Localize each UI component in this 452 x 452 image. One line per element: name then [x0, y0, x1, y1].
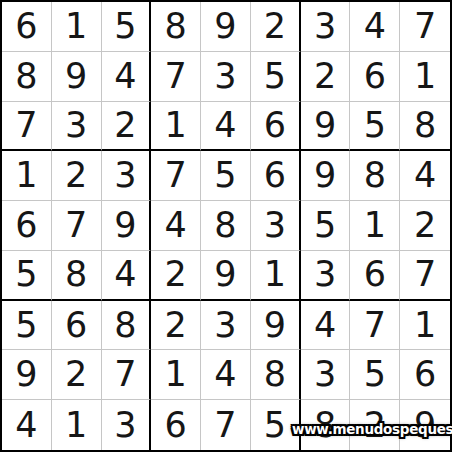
sudoku-cell-r6c4: 2 — [151, 251, 201, 301]
sudoku-cell-r2c5: 3 — [201, 52, 251, 102]
sudoku-cell-r3c4: 1 — [151, 102, 201, 152]
sudoku-cell-r1c7: 3 — [301, 2, 351, 52]
sudoku-cell-r6c9: 7 — [400, 251, 450, 301]
sudoku-cell-r6c1: 5 — [2, 251, 52, 301]
sudoku-cell-r2c2: 9 — [52, 52, 102, 102]
sudoku-cell-r9c5: 7 — [201, 400, 251, 450]
sudoku-cell-r5c9: 2 — [400, 201, 450, 251]
sudoku-cell-r4c9: 4 — [400, 151, 450, 201]
sudoku-cell-r3c2: 3 — [52, 102, 102, 152]
sudoku-cell-r8c4: 1 — [151, 350, 201, 400]
sudoku-cell-r8c3: 7 — [102, 350, 152, 400]
sudoku-cell-r7c1: 5 — [2, 301, 52, 351]
sudoku-cell-r9c6: 5 — [251, 400, 301, 450]
sudoku-cell-r4c6: 6 — [251, 151, 301, 201]
sudoku-cell-r2c7: 2 — [301, 52, 351, 102]
sudoku-cell-r8c8: 5 — [350, 350, 400, 400]
sudoku-cell-r5c3: 9 — [102, 201, 152, 251]
sudoku-cell-r3c6: 6 — [251, 102, 301, 152]
sudoku-cell-r4c2: 2 — [52, 151, 102, 201]
sudoku-cell-r9c8: 2 — [350, 400, 400, 450]
sudoku-cell-r8c1: 9 — [2, 350, 52, 400]
sudoku-cell-r1c9: 7 — [400, 2, 450, 52]
sudoku-cell-r1c1: 6 — [2, 2, 52, 52]
sudoku-cell-r2c1: 8 — [2, 52, 52, 102]
sudoku-cell-r6c6: 1 — [251, 251, 301, 301]
sudoku-cell-r9c7: 8 — [301, 400, 351, 450]
sudoku-cell-r5c2: 7 — [52, 201, 102, 251]
sudoku-cell-r7c6: 9 — [251, 301, 301, 351]
sudoku-cell-r2c6: 5 — [251, 52, 301, 102]
sudoku-board: 6158923478947352617321469581237569846794… — [0, 0, 452, 452]
sudoku-cell-r9c2: 1 — [52, 400, 102, 450]
sudoku-cell-r2c4: 7 — [151, 52, 201, 102]
sudoku-cell-r6c3: 4 — [102, 251, 152, 301]
sudoku-cell-r5c6: 3 — [251, 201, 301, 251]
sudoku-cell-r2c8: 6 — [350, 52, 400, 102]
sudoku-cell-r3c3: 2 — [102, 102, 152, 152]
sudoku-cell-r5c5: 8 — [201, 201, 251, 251]
sudoku-cell-r7c4: 2 — [151, 301, 201, 351]
sudoku-cell-r7c5: 3 — [201, 301, 251, 351]
sudoku-cell-r5c1: 6 — [2, 201, 52, 251]
sudoku-cell-r3c9: 8 — [400, 102, 450, 152]
sudoku-cell-r7c8: 7 — [350, 301, 400, 351]
sudoku-cell-r8c2: 2 — [52, 350, 102, 400]
sudoku-cell-r7c7: 4 — [301, 301, 351, 351]
sudoku-cell-r1c6: 2 — [251, 2, 301, 52]
sudoku-cell-r4c4: 7 — [151, 151, 201, 201]
sudoku-cell-r9c9: 9 — [400, 400, 450, 450]
sudoku-cell-r6c8: 6 — [350, 251, 400, 301]
sudoku-cell-r8c9: 6 — [400, 350, 450, 400]
sudoku-cell-r3c8: 5 — [350, 102, 400, 152]
sudoku-cell-r3c1: 7 — [2, 102, 52, 152]
sudoku-cell-r1c5: 9 — [201, 2, 251, 52]
sudoku-cell-r7c2: 6 — [52, 301, 102, 351]
sudoku-cell-r8c5: 4 — [201, 350, 251, 400]
sudoku-cell-r4c8: 8 — [350, 151, 400, 201]
sudoku-cell-r7c3: 8 — [102, 301, 152, 351]
sudoku-cell-r4c3: 3 — [102, 151, 152, 201]
sudoku-cell-r2c9: 1 — [400, 52, 450, 102]
sudoku-cell-r9c1: 4 — [2, 400, 52, 450]
sudoku-cell-r3c7: 9 — [301, 102, 351, 152]
sudoku-cell-r5c8: 1 — [350, 201, 400, 251]
sudoku-cell-r6c7: 3 — [301, 251, 351, 301]
sudoku-cell-r5c7: 5 — [301, 201, 351, 251]
sudoku-cell-r4c7: 9 — [301, 151, 351, 201]
sudoku-cell-r8c6: 8 — [251, 350, 301, 400]
sudoku-cell-r1c2: 1 — [52, 2, 102, 52]
sudoku-cell-r4c5: 5 — [201, 151, 251, 201]
sudoku-cell-r5c4: 4 — [151, 201, 201, 251]
sudoku-cell-r4c1: 1 — [2, 151, 52, 201]
sudoku-cell-r6c5: 9 — [201, 251, 251, 301]
sudoku-cell-r7c9: 1 — [400, 301, 450, 351]
sudoku-page: 6158923478947352617321469581237569846794… — [0, 0, 452, 452]
sudoku-cell-r1c8: 4 — [350, 2, 400, 52]
sudoku-cell-r9c3: 3 — [102, 400, 152, 450]
sudoku-cell-r3c5: 4 — [201, 102, 251, 152]
sudoku-cell-r1c3: 5 — [102, 2, 152, 52]
sudoku-cell-r1c4: 8 — [151, 2, 201, 52]
sudoku-cell-r9c4: 6 — [151, 400, 201, 450]
sudoku-cell-r8c7: 3 — [301, 350, 351, 400]
sudoku-cell-r6c2: 8 — [52, 251, 102, 301]
sudoku-cell-r2c3: 4 — [102, 52, 152, 102]
